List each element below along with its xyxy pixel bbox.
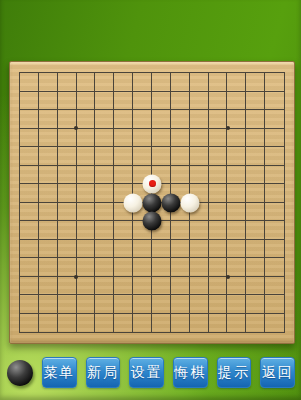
black-stone — [143, 212, 162, 231]
game-screen: 菜单 新局 设置 悔棋 提示 返回 — [0, 0, 301, 400]
undo-button[interactable]: 悔棋 — [173, 357, 208, 388]
board-grid[interactable] — [19, 72, 285, 333]
back-button[interactable]: 返回 — [260, 357, 295, 388]
white-stone — [143, 174, 162, 193]
black-stone — [143, 193, 162, 212]
turn-indicator-black-stone-icon — [7, 360, 33, 386]
star-point — [74, 275, 78, 279]
star-point — [226, 275, 230, 279]
menu-button[interactable]: 菜单 — [42, 357, 77, 388]
star-point — [226, 126, 230, 130]
new-game-button[interactable]: 新局 — [86, 357, 121, 388]
white-stone — [181, 193, 200, 212]
black-stone — [162, 193, 181, 212]
goban-board — [9, 61, 295, 344]
white-stone — [124, 193, 143, 212]
star-point — [74, 126, 78, 130]
hint-button[interactable]: 提示 — [217, 357, 252, 388]
bottom-toolbar: 菜单 新局 设置 悔棋 提示 返回 — [7, 356, 295, 389]
settings-button[interactable]: 设置 — [129, 357, 164, 388]
last-move-marker — [149, 180, 156, 187]
